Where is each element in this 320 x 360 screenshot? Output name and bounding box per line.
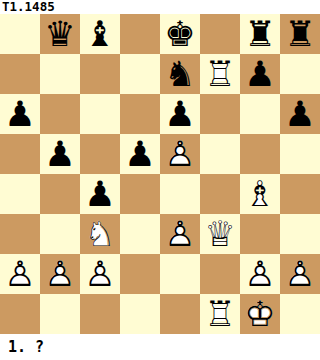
- square-c8[interactable]: ♝: [80, 14, 120, 54]
- square-a3[interactable]: [0, 214, 40, 254]
- square-h5[interactable]: [280, 134, 320, 174]
- square-b7[interactable]: [40, 54, 80, 94]
- piece-glyph: ♛: [40, 14, 80, 54]
- white-pawn: ♟♙: [240, 254, 280, 294]
- square-h4[interactable]: [280, 174, 320, 214]
- piece-glyph: ♟: [120, 134, 160, 174]
- piece-glyph: ♟: [40, 134, 80, 174]
- square-a5[interactable]: [0, 134, 40, 174]
- square-g2[interactable]: ♟♙: [240, 254, 280, 294]
- white-pawn: ♟♙: [160, 214, 200, 254]
- square-f5[interactable]: [200, 134, 240, 174]
- chess-puzzle-window: T1.1485 ♛♝♚♜♜♞♜♖♟♟♟♟♟♟♟♙♟♝♗♞♘♟♙♛♕♟♙♟♙♟♙♟…: [0, 0, 320, 360]
- square-d6[interactable]: [120, 94, 160, 134]
- square-a1[interactable]: [0, 294, 40, 334]
- square-g1[interactable]: ♚♔: [240, 294, 280, 334]
- square-f2[interactable]: [200, 254, 240, 294]
- square-g8[interactable]: ♜: [240, 14, 280, 54]
- square-b2[interactable]: ♟♙: [40, 254, 80, 294]
- square-d5[interactable]: ♟: [120, 134, 160, 174]
- square-g6[interactable]: [240, 94, 280, 134]
- square-g4[interactable]: ♝♗: [240, 174, 280, 214]
- black-rook: ♜: [240, 14, 280, 54]
- piece-glyph: ♟: [160, 94, 200, 134]
- piece-glyph: ♚: [160, 14, 200, 54]
- black-bishop: ♝: [80, 14, 120, 54]
- square-b5[interactable]: ♟: [40, 134, 80, 174]
- square-c3[interactable]: ♞♘: [80, 214, 120, 254]
- square-c7[interactable]: [80, 54, 120, 94]
- white-pawn: ♟♙: [80, 254, 120, 294]
- square-c2[interactable]: ♟♙: [80, 254, 120, 294]
- square-f8[interactable]: [200, 14, 240, 54]
- black-pawn: ♟: [280, 94, 320, 134]
- square-h8[interactable]: ♜: [280, 14, 320, 54]
- white-rook: ♜♖: [200, 294, 240, 334]
- piece-outline-layer: ♙: [80, 254, 120, 294]
- square-d4[interactable]: [120, 174, 160, 214]
- square-b3[interactable]: [40, 214, 80, 254]
- piece-glyph: ♜: [240, 14, 280, 54]
- square-a4[interactable]: [0, 174, 40, 214]
- square-f3[interactable]: ♛♕: [200, 214, 240, 254]
- white-rook: ♜♖: [200, 54, 240, 94]
- piece-outline-layer: ♗: [240, 174, 280, 214]
- piece-glyph: ♟: [0, 94, 40, 134]
- square-e4[interactable]: [160, 174, 200, 214]
- square-c4[interactable]: ♟: [80, 174, 120, 214]
- piece-outline-layer: ♔: [240, 294, 280, 334]
- square-h6[interactable]: ♟: [280, 94, 320, 134]
- square-b6[interactable]: [40, 94, 80, 134]
- square-a2[interactable]: ♟♙: [0, 254, 40, 294]
- square-a8[interactable]: [0, 14, 40, 54]
- square-f6[interactable]: [200, 94, 240, 134]
- white-pawn: ♟♙: [0, 254, 40, 294]
- square-c1[interactable]: [80, 294, 120, 334]
- square-c6[interactable]: [80, 94, 120, 134]
- square-b8[interactable]: ♛: [40, 14, 80, 54]
- square-e1[interactable]: [160, 294, 200, 334]
- puzzle-id-label: T1.1485: [0, 0, 320, 14]
- square-d2[interactable]: [120, 254, 160, 294]
- piece-outline-layer: ♖: [200, 54, 240, 94]
- piece-outline-layer: ♘: [80, 214, 120, 254]
- white-pawn: ♟♙: [160, 134, 200, 174]
- piece-outline-layer: ♖: [200, 294, 240, 334]
- piece-outline-layer: ♙: [240, 254, 280, 294]
- square-f1[interactable]: ♜♖: [200, 294, 240, 334]
- square-e7[interactable]: ♞: [160, 54, 200, 94]
- square-a6[interactable]: ♟: [0, 94, 40, 134]
- piece-outline-layer: ♙: [160, 134, 200, 174]
- square-f4[interactable]: [200, 174, 240, 214]
- piece-outline-layer: ♙: [160, 214, 200, 254]
- black-rook: ♜: [280, 14, 320, 54]
- white-knight: ♞♘: [80, 214, 120, 254]
- white-king: ♚♔: [240, 294, 280, 334]
- black-knight: ♞: [160, 54, 200, 94]
- piece-glyph: ♟: [280, 94, 320, 134]
- square-g7[interactable]: ♟: [240, 54, 280, 94]
- square-b4[interactable]: [40, 174, 80, 214]
- chess-board: ♛♝♚♜♜♞♜♖♟♟♟♟♟♟♟♙♟♝♗♞♘♟♙♛♕♟♙♟♙♟♙♟♙♟♙♜♖♚♔: [0, 14, 320, 334]
- square-e5[interactable]: ♟♙: [160, 134, 200, 174]
- black-queen: ♛: [40, 14, 80, 54]
- black-pawn: ♟: [80, 174, 120, 214]
- piece-outline-layer: ♙: [40, 254, 80, 294]
- square-e8[interactable]: ♚: [160, 14, 200, 54]
- piece-glyph: ♟: [80, 174, 120, 214]
- square-g5[interactable]: [240, 134, 280, 174]
- square-g3[interactable]: [240, 214, 280, 254]
- piece-glyph: ♞: [160, 54, 200, 94]
- square-f7[interactable]: ♜♖: [200, 54, 240, 94]
- piece-outline-layer: ♙: [280, 254, 320, 294]
- square-e6[interactable]: ♟: [160, 94, 200, 134]
- white-pawn: ♟♙: [40, 254, 80, 294]
- square-a7[interactable]: [0, 54, 40, 94]
- square-e3[interactable]: ♟♙: [160, 214, 200, 254]
- square-d7[interactable]: [120, 54, 160, 94]
- piece-glyph: ♟: [240, 54, 280, 94]
- black-king: ♚: [160, 14, 200, 54]
- square-h1[interactable]: [280, 294, 320, 334]
- piece-glyph: ♝: [80, 14, 120, 54]
- square-d8[interactable]: [120, 14, 160, 54]
- piece-outline-layer: ♙: [0, 254, 40, 294]
- white-bishop: ♝♗: [240, 174, 280, 214]
- black-pawn: ♟: [160, 94, 200, 134]
- square-h2[interactable]: ♟♙: [280, 254, 320, 294]
- black-pawn: ♟: [240, 54, 280, 94]
- piece-outline-layer: ♕: [200, 214, 240, 254]
- square-d1[interactable]: [120, 294, 160, 334]
- black-pawn: ♟: [120, 134, 160, 174]
- square-d3[interactable]: [120, 214, 160, 254]
- black-pawn: ♟: [40, 134, 80, 174]
- white-queen: ♛♕: [200, 214, 240, 254]
- square-h7[interactable]: [280, 54, 320, 94]
- square-b1[interactable]: [40, 294, 80, 334]
- piece-glyph: ♜: [280, 14, 320, 54]
- square-e2[interactable]: [160, 254, 200, 294]
- move-prompt: 1. ?: [0, 334, 320, 360]
- black-pawn: ♟: [0, 94, 40, 134]
- square-h3[interactable]: [280, 214, 320, 254]
- white-pawn: ♟♙: [280, 254, 320, 294]
- square-c5[interactable]: [80, 134, 120, 174]
